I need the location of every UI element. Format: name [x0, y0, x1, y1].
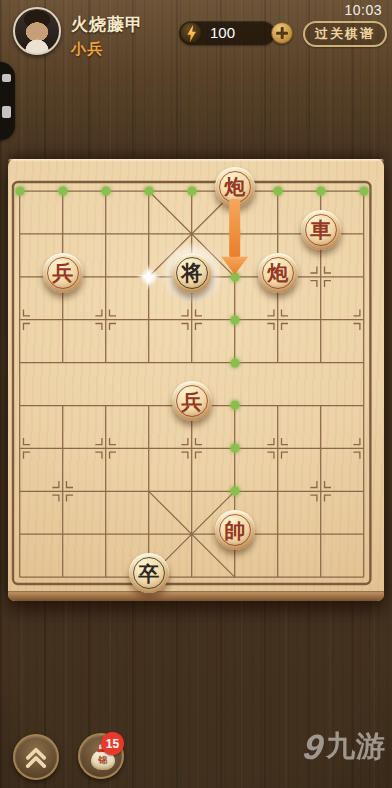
floating-assist-panel[interactable] [0, 62, 15, 140]
add-energy-button[interactable] [271, 22, 293, 44]
move-hint-dot[interactable] [58, 186, 67, 195]
piece-black-将[interactable]: 将 [172, 253, 212, 293]
move-hint-dot[interactable] [359, 186, 368, 195]
move-hint-dot[interactable] [316, 186, 325, 195]
replay-book-button[interactable]: 过关棋谱 [303, 21, 387, 47]
move-hint-dot[interactable] [230, 229, 239, 238]
lightning-icon [180, 22, 202, 44]
move-hint-dot[interactable] [230, 315, 239, 324]
move-hint-dot[interactable] [15, 186, 24, 195]
piece-red-炮[interactable]: 炮 [215, 167, 255, 207]
game-screen: 炮車兵将炮兵帥卒 10:03 火烧藤甲 小兵 100 过关棋谱 锦 15 9 九… [0, 0, 392, 788]
move-hint-dot[interactable] [101, 186, 110, 195]
piece-red-兵[interactable]: 兵 [43, 253, 83, 293]
piece-red-炮[interactable]: 炮 [258, 253, 298, 293]
move-hint-dot[interactable] [230, 272, 239, 281]
energy-pill: 100 [179, 21, 275, 45]
watermark-mark: 9 [301, 729, 325, 764]
player-rank: 小兵 [71, 40, 103, 59]
sparkle-effect [136, 264, 162, 290]
move-hint-dot[interactable] [144, 186, 153, 195]
piece-black-卒[interactable]: 卒 [129, 553, 169, 593]
move-hint-dot[interactable] [230, 444, 239, 453]
clock-time: 10:03 [344, 2, 382, 18]
energy-value: 100 [210, 21, 235, 45]
watermark-text: 九游 [326, 732, 386, 761]
level-title: 火烧藤甲 [71, 13, 143, 36]
move-hint-dot[interactable] [230, 401, 239, 410]
collapse-button[interactable] [13, 734, 59, 780]
hint-count-badge: 15 [101, 732, 124, 755]
move-hint-dot[interactable] [230, 487, 239, 496]
piece-red-兵[interactable]: 兵 [172, 381, 212, 421]
board-grid[interactable]: 炮車兵将炮兵帥卒 [0, 170, 385, 599]
bag-label: 锦 [99, 754, 108, 767]
piece-red-車[interactable]: 車 [301, 210, 341, 250]
watermark-logo: 9 九游 [304, 729, 386, 764]
move-hint-dot[interactable] [273, 186, 282, 195]
piece-red-帥[interactable]: 帥 [215, 510, 255, 550]
chevron-up-icon [15, 736, 57, 778]
player-avatar[interactable] [13, 7, 61, 55]
move-hint-dot[interactable] [230, 358, 239, 367]
move-hint-dot[interactable] [187, 186, 196, 195]
